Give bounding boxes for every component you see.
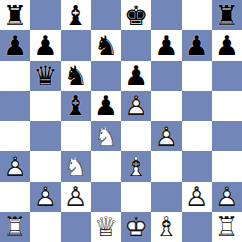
white-knight-outline-icon: ♘ bbox=[61, 151, 91, 181]
square-c7[interactable] bbox=[61, 30, 91, 60]
square-c4[interactable] bbox=[61, 121, 91, 151]
square-d5[interactable]: ♟ bbox=[91, 91, 121, 121]
white-pawn-outline-icon: ♙ bbox=[121, 91, 151, 121]
piece-black-queen: ♛ bbox=[30, 61, 60, 91]
white-pawn-outline-icon: ♙ bbox=[0, 151, 30, 181]
piece-white-pawn: ♟♙ bbox=[121, 91, 151, 121]
square-h7[interactable]: ♟ bbox=[212, 30, 242, 60]
square-c1[interactable] bbox=[61, 212, 91, 242]
square-f6[interactable] bbox=[151, 61, 181, 91]
square-c8[interactable]: ♝ bbox=[61, 0, 91, 30]
square-b3[interactable] bbox=[30, 151, 60, 181]
square-g7[interactable]: ♟ bbox=[182, 30, 212, 60]
square-f2[interactable] bbox=[151, 182, 181, 212]
piece-white-pawn: ♟♙ bbox=[182, 182, 212, 212]
piece-black-pawn: ♟ bbox=[212, 30, 242, 60]
square-c2[interactable]: ♟♙ bbox=[61, 182, 91, 212]
square-h1[interactable]: ♜♖ bbox=[212, 212, 242, 242]
piece-black-knight: ♞ bbox=[91, 30, 121, 60]
square-d6[interactable] bbox=[91, 61, 121, 91]
square-g4[interactable] bbox=[182, 121, 212, 151]
square-a1[interactable]: ♜♖ bbox=[0, 212, 30, 242]
square-d8[interactable] bbox=[91, 0, 121, 30]
piece-white-knight: ♞♘ bbox=[91, 121, 121, 151]
piece-white-knight: ♞♘ bbox=[61, 151, 91, 181]
square-e1[interactable]: ♚♔ bbox=[121, 212, 151, 242]
square-f3[interactable] bbox=[151, 151, 181, 181]
chess-board-container: ♜♝♚♜♟♟♞♟♟♟♛♞♟♝♟♟♙♞♘♟♙♟♙♞♘♝♗♟♙♟♙♟♙♟♙♜♖♛♕♚… bbox=[0, 0, 242, 242]
white-pawn-outline-icon: ♙ bbox=[151, 121, 181, 151]
white-queen-outline-icon: ♕ bbox=[91, 212, 121, 242]
white-bishop-outline-icon: ♗ bbox=[151, 212, 181, 242]
square-h2[interactable]: ♟♙ bbox=[212, 182, 242, 212]
white-bishop-outline-icon: ♗ bbox=[121, 151, 151, 181]
square-e5[interactable]: ♟♙ bbox=[121, 91, 151, 121]
piece-black-king: ♚ bbox=[121, 0, 151, 30]
white-pawn-outline-icon: ♙ bbox=[61, 182, 91, 212]
square-d3[interactable] bbox=[91, 151, 121, 181]
piece-white-pawn: ♟♙ bbox=[151, 121, 181, 151]
square-g5[interactable] bbox=[182, 91, 212, 121]
square-e7[interactable] bbox=[121, 30, 151, 60]
square-h8[interactable]: ♜ bbox=[212, 0, 242, 30]
square-g6[interactable] bbox=[182, 61, 212, 91]
piece-black-pawn: ♟ bbox=[91, 91, 121, 121]
square-f4[interactable]: ♟♙ bbox=[151, 121, 181, 151]
piece-black-pawn: ♟ bbox=[0, 30, 30, 60]
piece-white-queen: ♛♕ bbox=[91, 212, 121, 242]
square-f5[interactable] bbox=[151, 91, 181, 121]
square-e4[interactable] bbox=[121, 121, 151, 151]
piece-white-pawn: ♟♙ bbox=[212, 182, 242, 212]
white-king-outline-icon: ♔ bbox=[121, 212, 151, 242]
square-b7[interactable]: ♟ bbox=[30, 30, 60, 60]
white-pawn-outline-icon: ♙ bbox=[182, 182, 212, 212]
square-g8[interactable] bbox=[182, 0, 212, 30]
piece-black-pawn: ♟ bbox=[151, 30, 181, 60]
square-a5[interactable] bbox=[0, 91, 30, 121]
square-a7[interactable]: ♟ bbox=[0, 30, 30, 60]
piece-white-king: ♚♔ bbox=[121, 212, 151, 242]
piece-black-pawn: ♟ bbox=[30, 30, 60, 60]
piece-white-rook: ♜♖ bbox=[0, 212, 30, 242]
piece-black-pawn: ♟ bbox=[182, 30, 212, 60]
square-b1[interactable] bbox=[30, 212, 60, 242]
square-f1[interactable]: ♝♗ bbox=[151, 212, 181, 242]
square-h6[interactable] bbox=[212, 61, 242, 91]
white-rook-outline-icon: ♖ bbox=[0, 212, 30, 242]
piece-black-bishop: ♝ bbox=[61, 0, 91, 30]
piece-white-pawn: ♟♙ bbox=[30, 182, 60, 212]
square-e8[interactable]: ♚ bbox=[121, 0, 151, 30]
square-c3[interactable]: ♞♘ bbox=[61, 151, 91, 181]
piece-white-bishop: ♝♗ bbox=[151, 212, 181, 242]
square-d7[interactable]: ♞ bbox=[91, 30, 121, 60]
chess-board: ♜♝♚♜♟♟♞♟♟♟♛♞♟♝♟♟♙♞♘♟♙♟♙♞♘♝♗♟♙♟♙♟♙♟♙♜♖♛♕♚… bbox=[0, 0, 242, 242]
square-c5[interactable]: ♝ bbox=[61, 91, 91, 121]
square-b2[interactable]: ♟♙ bbox=[30, 182, 60, 212]
square-a6[interactable] bbox=[0, 61, 30, 91]
square-h4[interactable] bbox=[212, 121, 242, 151]
square-g2[interactable]: ♟♙ bbox=[182, 182, 212, 212]
square-b4[interactable] bbox=[30, 121, 60, 151]
square-f8[interactable] bbox=[151, 0, 181, 30]
white-pawn-outline-icon: ♙ bbox=[30, 182, 60, 212]
square-b6[interactable]: ♛ bbox=[30, 61, 60, 91]
square-h3[interactable] bbox=[212, 151, 242, 181]
piece-black-bishop: ♝ bbox=[61, 91, 91, 121]
piece-black-rook: ♜ bbox=[0, 0, 30, 30]
white-knight-outline-icon: ♘ bbox=[91, 121, 121, 151]
square-a2[interactable] bbox=[0, 182, 30, 212]
square-f7[interactable]: ♟ bbox=[151, 30, 181, 60]
piece-white-pawn: ♟♙ bbox=[0, 151, 30, 181]
square-a3[interactable]: ♟♙ bbox=[0, 151, 30, 181]
square-d4[interactable]: ♞♘ bbox=[91, 121, 121, 151]
square-d2[interactable] bbox=[91, 182, 121, 212]
square-g1[interactable] bbox=[182, 212, 212, 242]
square-d1[interactable]: ♛♕ bbox=[91, 212, 121, 242]
white-rook-outline-icon: ♖ bbox=[212, 212, 242, 242]
square-b8[interactable] bbox=[30, 0, 60, 30]
square-b5[interactable] bbox=[30, 91, 60, 121]
piece-white-rook: ♜♖ bbox=[212, 212, 242, 242]
square-h5[interactable] bbox=[212, 91, 242, 121]
square-a8[interactable]: ♜ bbox=[0, 0, 30, 30]
piece-black-pawn: ♟ bbox=[121, 61, 151, 91]
piece-black-knight: ♞ bbox=[61, 61, 91, 91]
square-e2[interactable] bbox=[121, 182, 151, 212]
square-c6[interactable]: ♞ bbox=[61, 61, 91, 91]
piece-black-rook: ♜ bbox=[212, 0, 242, 30]
square-g3[interactable] bbox=[182, 151, 212, 181]
piece-white-bishop: ♝♗ bbox=[121, 151, 151, 181]
white-pawn-outline-icon: ♙ bbox=[212, 182, 242, 212]
piece-white-pawn: ♟♙ bbox=[61, 182, 91, 212]
square-e6[interactable]: ♟ bbox=[121, 61, 151, 91]
square-a4[interactable] bbox=[0, 121, 30, 151]
square-e3[interactable]: ♝♗ bbox=[121, 151, 151, 181]
